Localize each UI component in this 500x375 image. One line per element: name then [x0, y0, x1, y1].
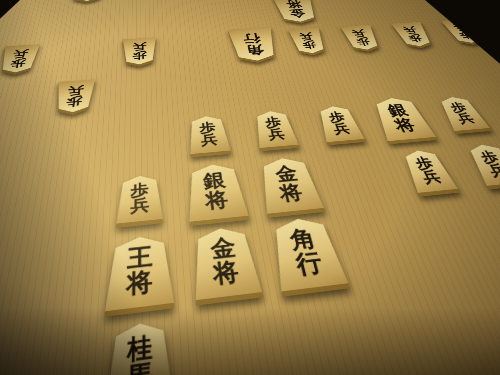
- piece-black-silver-c6r4[interactable]: 銀将: [369, 96, 436, 141]
- piece-kanji-歩兵: 歩兵: [0, 44, 40, 73]
- shogi-photo-scene: 桂馬王将銀将桂馬香車金将歩兵歩兵角行歩兵歩兵歩兵歩兵歩兵歩兵歩兵歩兵銀将歩兵歩兵…: [0, 0, 500, 375]
- piece-white-pawn-c8r2[interactable]: 歩兵: [441, 19, 487, 44]
- piece-white-pawn-c0r2[interactable]: 歩兵: [0, 44, 40, 73]
- piece-kanji-歩兵: 歩兵: [315, 105, 365, 142]
- piece-kanji-歩兵: 歩兵: [122, 37, 157, 65]
- piece-black-knight-c2r7[interactable]: 桂馬: [105, 320, 174, 375]
- piece-black-pawn-c3r4[interactable]: 歩兵: [187, 115, 231, 154]
- piece-kanji-金将: 金将: [272, 0, 320, 23]
- piece-black-silver-c3r5[interactable]: 銀将: [185, 162, 249, 222]
- piece-white-gold-c5r1[interactable]: 金将: [272, 0, 320, 23]
- piece-kanji-角行: 角行: [267, 216, 348, 292]
- piece-black-bishop-c4r6[interactable]: 角行: [267, 216, 348, 292]
- piece-black-pawn-c7r4[interactable]: 歩兵: [435, 96, 490, 131]
- piece-kanji-桂馬: 桂馬: [105, 320, 174, 375]
- shogi-board: 桂馬王将銀将桂馬香車金将歩兵歩兵角行歩兵歩兵歩兵歩兵歩兵歩兵歩兵歩兵銀将歩兵歩兵…: [0, 0, 500, 375]
- piece-white-pawn-c1r3[interactable]: 歩兵: [53, 79, 95, 113]
- piece-kanji-歩兵: 歩兵: [391, 22, 435, 47]
- piece-kanji-角行: 角行: [228, 27, 280, 62]
- piece-kanji-歩兵: 歩兵: [340, 25, 382, 51]
- piece-kanji-歩兵: 歩兵: [463, 143, 500, 186]
- piece-black-gold-c4r5[interactable]: 金将: [256, 156, 324, 214]
- piece-black-gold-c3r6[interactable]: 金将: [190, 225, 262, 300]
- piece-white-pawn-c6r2[interactable]: 歩兵: [340, 25, 382, 51]
- piece-kanji-歩兵: 歩兵: [435, 96, 490, 131]
- piece-kanji-歩兵: 歩兵: [53, 79, 95, 113]
- piece-kanji-歩兵: 歩兵: [116, 174, 163, 224]
- piece-kanji-桂馬: 桂馬: [70, 0, 107, 2]
- piece-kanji-歩兵: 歩兵: [252, 110, 299, 148]
- piece-black-pawn-c7r5[interactable]: 歩兵: [463, 143, 500, 186]
- piece-kanji-金将: 金将: [256, 156, 324, 214]
- piece-white-pawn-c5r2[interactable]: 歩兵: [288, 28, 328, 54]
- piece-white-bishop-c4r2[interactable]: 角行: [228, 27, 280, 62]
- piece-white-pawn-c2r2[interactable]: 歩兵: [122, 37, 157, 65]
- piece-white-knight-c1r0[interactable]: 桂馬: [70, 0, 107, 2]
- pieces-layer: 桂馬王将銀将桂馬香車金将歩兵歩兵角行歩兵歩兵歩兵歩兵歩兵歩兵歩兵歩兵銀将歩兵歩兵…: [0, 0, 500, 375]
- piece-kanji-歩兵: 歩兵: [399, 149, 458, 193]
- piece-kanji-王将: 王将: [105, 234, 174, 312]
- piece-kanji-歩兵: 歩兵: [441, 19, 487, 44]
- piece-white-pawn-c7r2[interactable]: 歩兵: [391, 22, 435, 47]
- piece-black-king-c2r6[interactable]: 王将: [105, 234, 174, 312]
- piece-black-pawn-c5r4[interactable]: 歩兵: [315, 105, 365, 142]
- piece-black-pawn-c2r5[interactable]: 歩兵: [116, 174, 163, 224]
- piece-kanji-銀将: 銀将: [369, 96, 436, 141]
- piece-black-pawn-c6r5[interactable]: 歩兵: [399, 149, 458, 193]
- piece-black-pawn-c4r4[interactable]: 歩兵: [252, 110, 299, 148]
- piece-kanji-歩兵: 歩兵: [288, 28, 328, 54]
- piece-kanji-銀将: 銀将: [185, 162, 249, 222]
- piece-kanji-金将: 金将: [190, 225, 262, 300]
- piece-kanji-歩兵: 歩兵: [187, 115, 231, 154]
